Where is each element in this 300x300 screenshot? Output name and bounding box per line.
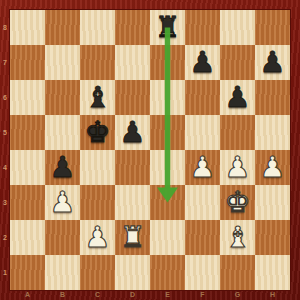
black-pawn[interactable]: ♟ [255,45,290,80]
square-a1[interactable] [10,255,45,290]
rank-label-7: 7 [0,45,10,80]
square-d3[interactable] [115,185,150,220]
square-a2[interactable] [10,220,45,255]
square-b5[interactable] [45,115,80,150]
square-h4[interactable]: ♟ [255,150,290,185]
square-g6[interactable]: ♟ [220,80,255,115]
file-label-c: C [80,290,115,300]
square-c8[interactable] [80,10,115,45]
square-c5[interactable]: ♚ [80,115,115,150]
chess-diagram: 87654321 ABCDEFGH ♜♟♟♝♟♚♟♟♟♟♟♟♚♟♜♝ [0,0,300,300]
square-h7[interactable]: ♟ [255,45,290,80]
rank-label-3: 3 [0,185,10,220]
white-pawn[interactable]: ♟ [185,150,220,185]
file-label-f: F [185,290,220,300]
black-pawn[interactable]: ♟ [220,80,255,115]
square-e7[interactable] [150,45,185,80]
square-e3[interactable] [150,185,185,220]
square-e8[interactable]: ♜ [150,10,185,45]
square-f1[interactable] [185,255,220,290]
square-a6[interactable] [10,80,45,115]
rank-label-4: 4 [0,150,10,185]
square-e5[interactable] [150,115,185,150]
square-h2[interactable] [255,220,290,255]
chess-board[interactable]: ♜♟♟♝♟♚♟♟♟♟♟♟♚♟♜♝ [10,10,290,290]
file-label-d: D [115,290,150,300]
black-king[interactable]: ♚ [80,115,115,150]
square-h6[interactable] [255,80,290,115]
rank-label-8: 8 [0,10,10,45]
square-f7[interactable]: ♟ [185,45,220,80]
white-bishop[interactable]: ♝ [220,220,255,255]
square-h5[interactable] [255,115,290,150]
white-rook[interactable]: ♜ [115,220,150,255]
square-d6[interactable] [115,80,150,115]
black-pawn[interactable]: ♟ [185,45,220,80]
rank-label-6: 6 [0,80,10,115]
square-c4[interactable] [80,150,115,185]
square-d5[interactable]: ♟ [115,115,150,150]
square-h1[interactable] [255,255,290,290]
square-h3[interactable] [255,185,290,220]
square-b1[interactable] [45,255,80,290]
square-a5[interactable] [10,115,45,150]
square-e4[interactable] [150,150,185,185]
square-f3[interactable] [185,185,220,220]
rank-coordinates: 87654321 [0,10,10,290]
file-label-e: E [150,290,185,300]
square-a3[interactable] [10,185,45,220]
black-pawn[interactable]: ♟ [45,150,80,185]
square-f5[interactable] [185,115,220,150]
square-g3[interactable]: ♚ [220,185,255,220]
white-pawn[interactable]: ♟ [45,185,80,220]
square-c7[interactable] [80,45,115,80]
square-b7[interactable] [45,45,80,80]
white-pawn[interactable]: ♟ [220,150,255,185]
file-label-b: B [45,290,80,300]
square-g4[interactable]: ♟ [220,150,255,185]
square-f8[interactable] [185,10,220,45]
square-f2[interactable] [185,220,220,255]
file-label-g: G [220,290,255,300]
square-b6[interactable] [45,80,80,115]
square-b8[interactable] [45,10,80,45]
file-label-h: H [255,290,290,300]
square-a8[interactable] [10,10,45,45]
square-c6[interactable]: ♝ [80,80,115,115]
black-rook[interactable]: ♜ [150,10,185,45]
rank-label-2: 2 [0,220,10,255]
square-c2[interactable]: ♟ [80,220,115,255]
square-e2[interactable] [150,220,185,255]
square-g8[interactable] [220,10,255,45]
square-c3[interactable] [80,185,115,220]
square-e6[interactable] [150,80,185,115]
square-d7[interactable] [115,45,150,80]
square-b4[interactable]: ♟ [45,150,80,185]
white-pawn[interactable]: ♟ [255,150,290,185]
square-g7[interactable] [220,45,255,80]
white-king[interactable]: ♚ [220,185,255,220]
square-g2[interactable]: ♝ [220,220,255,255]
white-pawn[interactable]: ♟ [80,220,115,255]
square-g5[interactable] [220,115,255,150]
rank-label-5: 5 [0,115,10,150]
square-d8[interactable] [115,10,150,45]
black-pawn[interactable]: ♟ [115,115,150,150]
square-d2[interactable]: ♜ [115,220,150,255]
square-d4[interactable] [115,150,150,185]
file-label-a: A [10,290,45,300]
square-b3[interactable]: ♟ [45,185,80,220]
square-a7[interactable] [10,45,45,80]
rank-label-1: 1 [0,255,10,290]
black-bishop[interactable]: ♝ [80,80,115,115]
square-g1[interactable] [220,255,255,290]
square-d1[interactable] [115,255,150,290]
square-h8[interactable] [255,10,290,45]
square-c1[interactable] [80,255,115,290]
square-e1[interactable] [150,255,185,290]
square-f6[interactable] [185,80,220,115]
square-b2[interactable] [45,220,80,255]
square-f4[interactable]: ♟ [185,150,220,185]
file-coordinates: ABCDEFGH [10,290,290,300]
square-a4[interactable] [10,150,45,185]
